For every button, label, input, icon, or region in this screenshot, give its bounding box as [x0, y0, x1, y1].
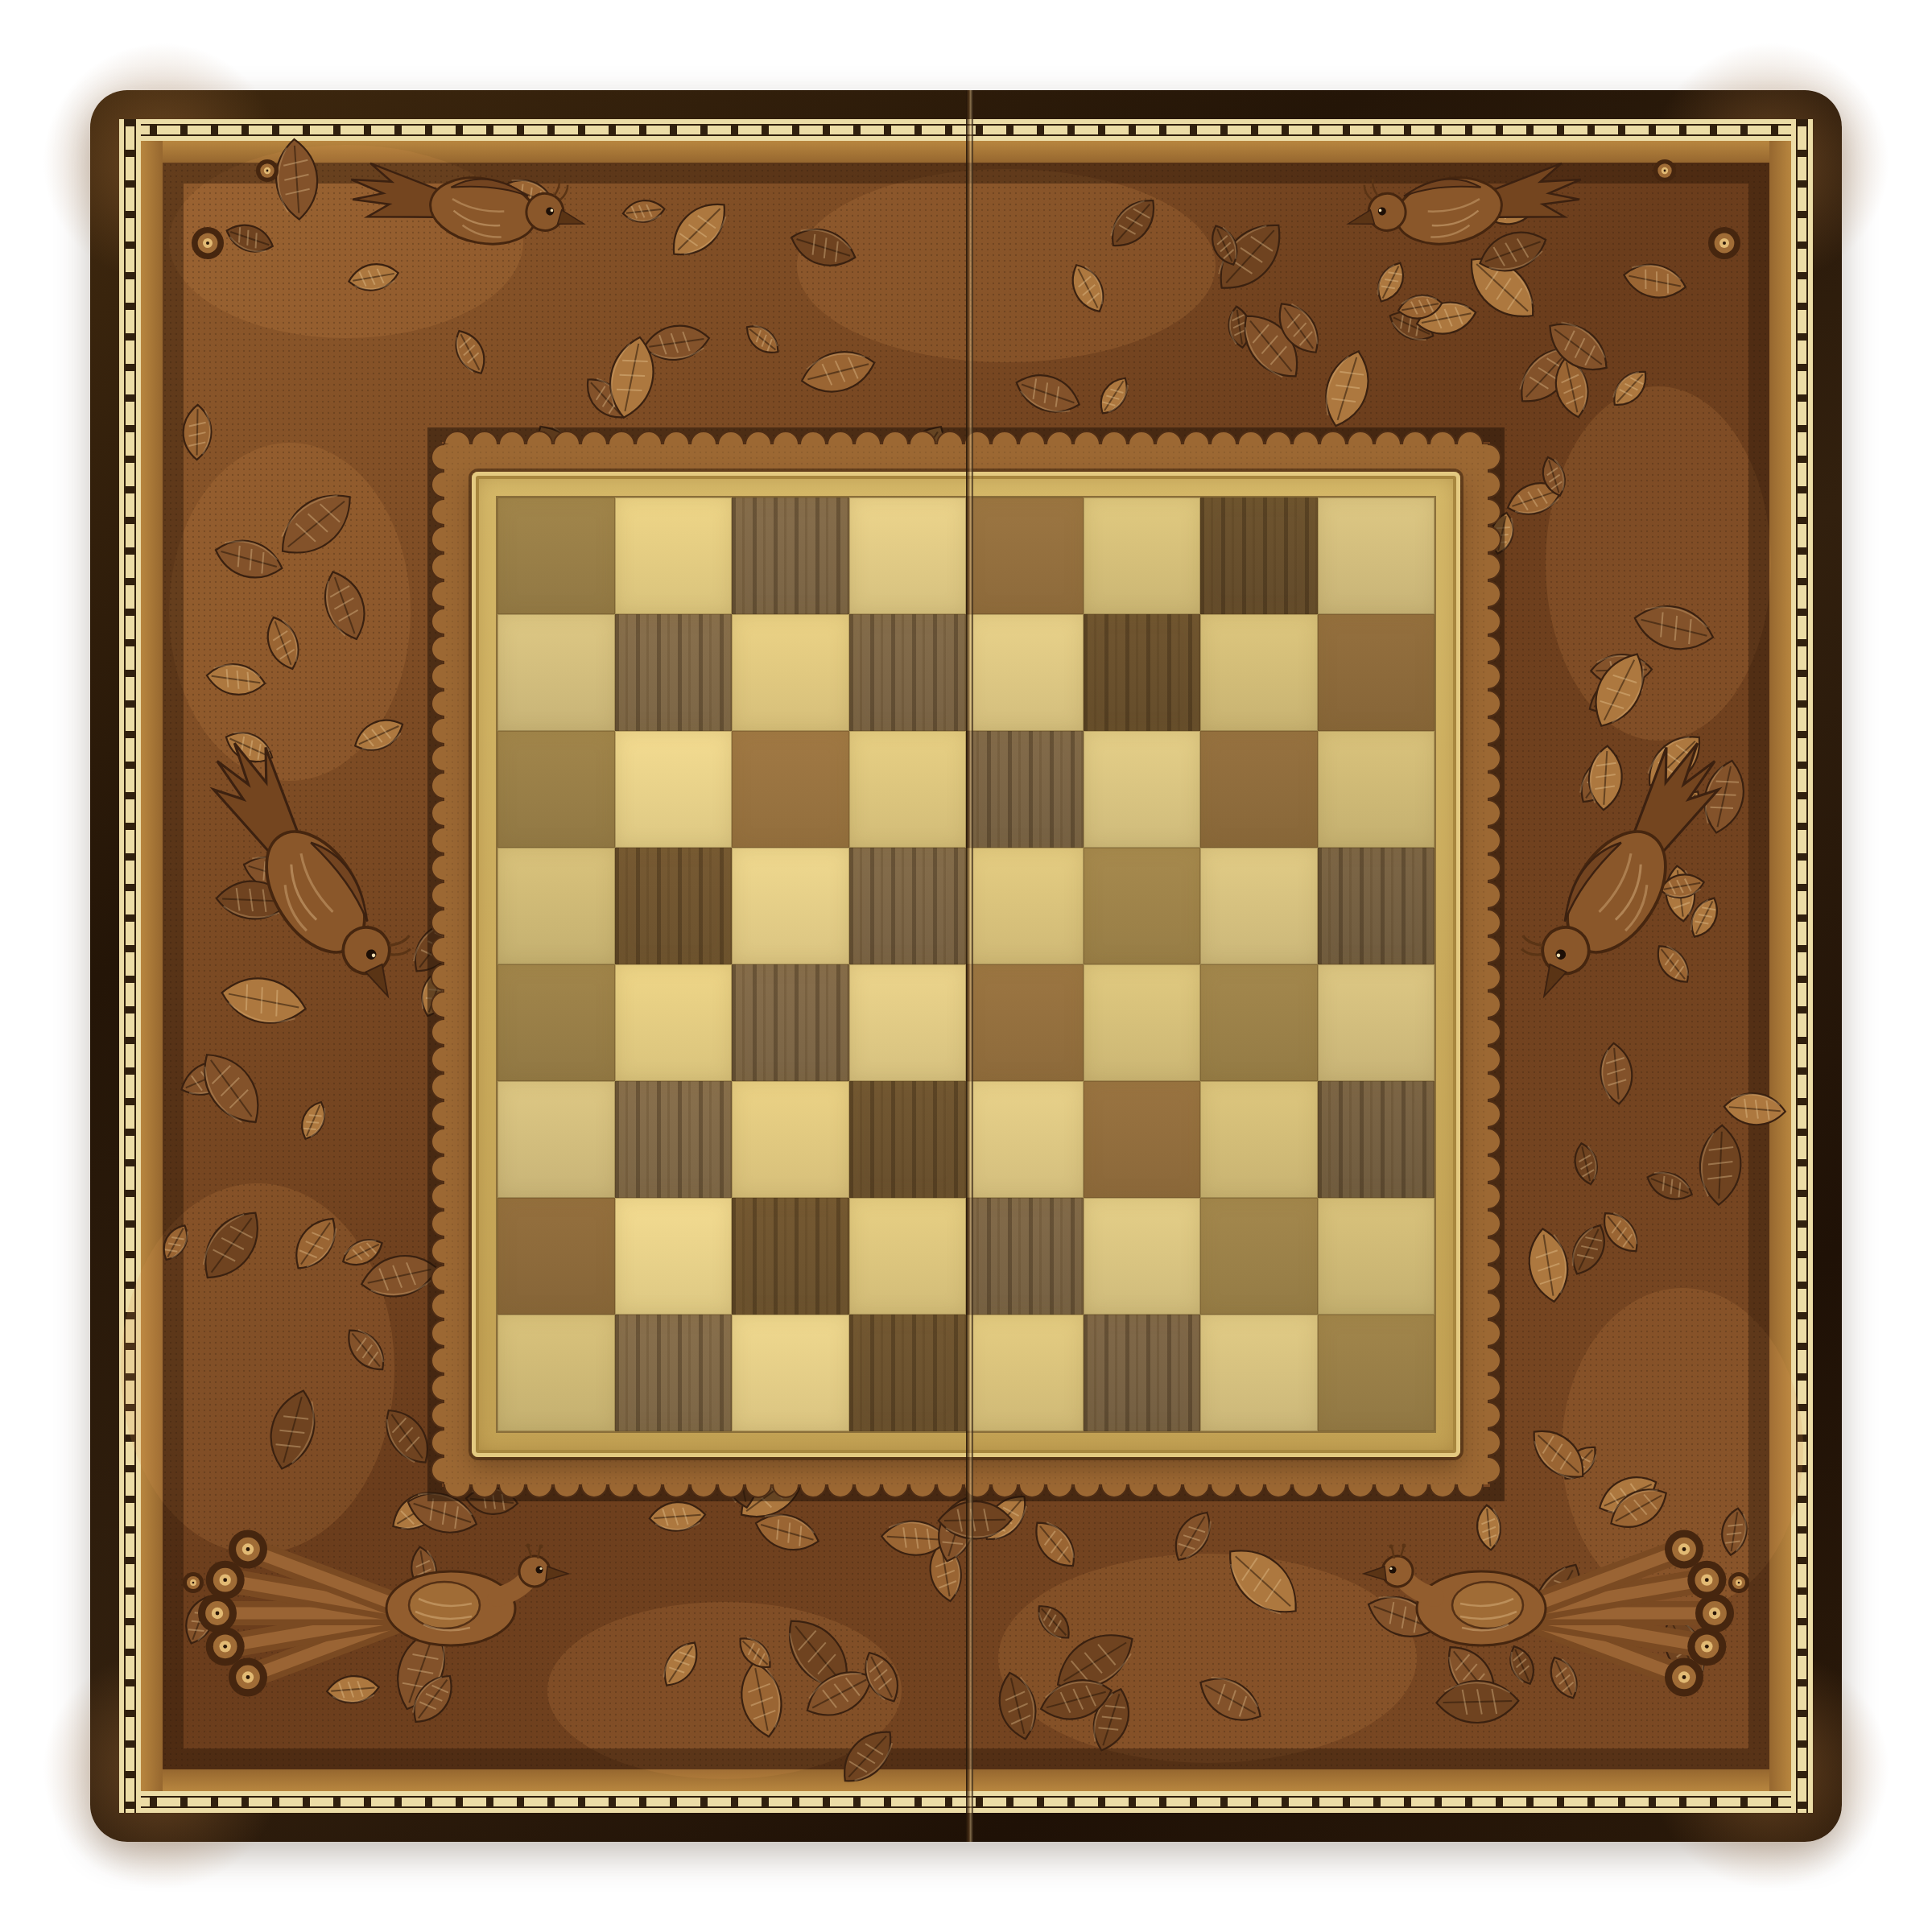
inlay-ticks — [1796, 119, 1808, 1813]
square-h1[interactable] — [1318, 1315, 1435, 1431]
square-b4[interactable] — [615, 964, 733, 1081]
square-a3[interactable] — [497, 1081, 615, 1198]
square-b6[interactable] — [615, 731, 733, 848]
square-d5[interactable] — [849, 848, 967, 964]
square-a5[interactable] — [497, 848, 615, 964]
square-h7[interactable] — [1318, 614, 1435, 731]
fold-seam — [966, 90, 973, 1842]
inlay-band-left — [119, 119, 141, 1813]
square-c6[interactable] — [732, 731, 849, 848]
square-f4[interactable] — [1084, 964, 1201, 1081]
square-b2[interactable] — [615, 1198, 733, 1315]
square-f7[interactable] — [1084, 614, 1201, 731]
square-f8[interactable] — [1084, 497, 1201, 614]
square-e6[interactable] — [966, 731, 1084, 848]
square-g7[interactable] — [1200, 614, 1318, 731]
square-g4[interactable] — [1200, 964, 1318, 1081]
square-e5[interactable] — [966, 848, 1084, 964]
square-a6[interactable] — [497, 731, 615, 848]
square-e3[interactable] — [966, 1081, 1084, 1198]
square-f3[interactable] — [1084, 1081, 1201, 1198]
square-f1[interactable] — [1084, 1315, 1201, 1431]
square-c7[interactable] — [732, 614, 849, 731]
square-d2[interactable] — [849, 1198, 967, 1315]
square-b7[interactable] — [615, 614, 733, 731]
square-h2[interactable] — [1318, 1198, 1435, 1315]
square-c1[interactable] — [732, 1315, 849, 1431]
square-d1[interactable] — [849, 1315, 967, 1431]
square-e2[interactable] — [966, 1198, 1084, 1315]
square-b3[interactable] — [615, 1081, 733, 1198]
rim-burl-top-left — [42, 42, 283, 283]
square-f2[interactable] — [1084, 1198, 1201, 1315]
square-a4[interactable] — [497, 964, 615, 1081]
square-h4[interactable] — [1318, 964, 1435, 1081]
square-e1[interactable] — [966, 1315, 1084, 1431]
square-b5[interactable] — [615, 848, 733, 964]
square-d3[interactable] — [849, 1081, 967, 1198]
square-d4[interactable] — [849, 964, 967, 1081]
square-a1[interactable] — [497, 1315, 615, 1431]
square-h3[interactable] — [1318, 1081, 1435, 1198]
square-c4[interactable] — [732, 964, 849, 1081]
square-g1[interactable] — [1200, 1315, 1318, 1431]
tan-strip-right — [1769, 141, 1791, 1791]
square-g6[interactable] — [1200, 731, 1318, 848]
square-g2[interactable] — [1200, 1198, 1318, 1315]
photo-background — [0, 0, 1932, 1932]
square-h6[interactable] — [1318, 731, 1435, 848]
square-b8[interactable] — [615, 497, 733, 614]
square-h5[interactable] — [1318, 848, 1435, 964]
square-e7[interactable] — [966, 614, 1084, 731]
square-d6[interactable] — [849, 731, 967, 848]
square-e8[interactable] — [966, 497, 1084, 614]
square-a7[interactable] — [497, 614, 615, 731]
square-a8[interactable] — [497, 497, 615, 614]
square-c5[interactable] — [732, 848, 849, 964]
square-g3[interactable] — [1200, 1081, 1318, 1198]
square-h8[interactable] — [1318, 497, 1435, 614]
square-c8[interactable] — [732, 497, 849, 614]
square-e4[interactable] — [966, 964, 1084, 1081]
square-c2[interactable] — [732, 1198, 849, 1315]
square-b1[interactable] — [615, 1315, 733, 1431]
inlay-band-right — [1791, 119, 1813, 1813]
square-f6[interactable] — [1084, 731, 1201, 848]
square-d7[interactable] — [849, 614, 967, 731]
square-a2[interactable] — [497, 1198, 615, 1315]
square-g5[interactable] — [1200, 848, 1318, 964]
inlay-ticks — [124, 119, 136, 1813]
square-d8[interactable] — [849, 497, 967, 614]
square-f5[interactable] — [1084, 848, 1201, 964]
square-c3[interactable] — [732, 1081, 849, 1198]
tan-strip-left — [141, 141, 163, 1791]
square-g8[interactable] — [1200, 497, 1318, 614]
